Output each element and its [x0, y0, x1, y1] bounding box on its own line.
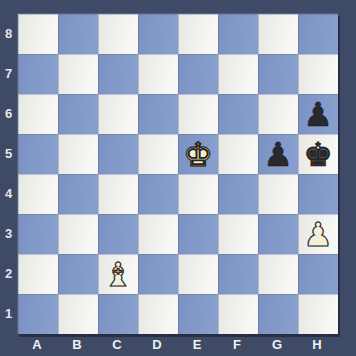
rank-label-5: 5: [0, 133, 17, 173]
file-label-b: B: [57, 335, 97, 354]
white-bishop-c2: ♝: [98, 254, 138, 294]
square-h4: [298, 174, 338, 214]
square-g6: [258, 94, 298, 134]
file-label-a: A: [17, 335, 57, 354]
square-f8: [218, 14, 258, 54]
square-h3: ♟: [298, 214, 338, 254]
square-a3: [18, 214, 58, 254]
rank-label-1: 1: [0, 293, 17, 333]
square-a7: [18, 54, 58, 94]
square-g4: [258, 174, 298, 214]
square-c5: [98, 134, 138, 174]
square-h1: [298, 294, 338, 334]
square-g1: [258, 294, 298, 334]
square-e6: [178, 94, 218, 134]
square-e1: [178, 294, 218, 334]
square-e5: ♚: [178, 134, 218, 174]
square-a4: [18, 174, 58, 214]
black-pawn-h6: ♟: [298, 94, 338, 134]
square-h2: [298, 254, 338, 294]
square-h6: ♟: [298, 94, 338, 134]
rank-label-7: 7: [0, 53, 17, 93]
square-d7: [138, 54, 178, 94]
square-d5: [138, 134, 178, 174]
square-c3: [98, 214, 138, 254]
square-d4: [138, 174, 178, 214]
square-f2: [218, 254, 258, 294]
square-g8: [258, 14, 298, 54]
file-label-c: C: [97, 335, 137, 354]
rank-labels: 87654321: [0, 13, 17, 333]
chess-diagram: 87654321 ♟♚♟♚♟♝ ABCDEFGH: [0, 0, 356, 356]
square-f5: [218, 134, 258, 174]
square-g3: [258, 214, 298, 254]
square-h5: ♚: [298, 134, 338, 174]
square-e8: [178, 14, 218, 54]
white-king-e5: ♚: [178, 134, 218, 174]
square-d2: [138, 254, 178, 294]
square-b2: [58, 254, 98, 294]
rank-label-6: 6: [0, 93, 17, 133]
square-c2: ♝: [98, 254, 138, 294]
square-f4: [218, 174, 258, 214]
square-e2: [178, 254, 218, 294]
square-e7: [178, 54, 218, 94]
square-c1: [98, 294, 138, 334]
file-label-g: G: [257, 335, 297, 354]
square-c4: [98, 174, 138, 214]
square-e3: [178, 214, 218, 254]
square-b4: [58, 174, 98, 214]
square-c7: [98, 54, 138, 94]
square-f1: [218, 294, 258, 334]
black-king-h5: ♚: [298, 134, 338, 174]
rank-label-4: 4: [0, 173, 17, 213]
square-a5: [18, 134, 58, 174]
file-labels: ABCDEFGH: [17, 335, 337, 354]
square-g7: [258, 54, 298, 94]
square-b1: [58, 294, 98, 334]
square-h7: [298, 54, 338, 94]
file-label-e: E: [177, 335, 217, 354]
square-c6: [98, 94, 138, 134]
black-pawn-g5: ♟: [258, 134, 298, 174]
square-c8: [98, 14, 138, 54]
square-f7: [218, 54, 258, 94]
square-f3: [218, 214, 258, 254]
square-g5: ♟: [258, 134, 298, 174]
chess-board: ♟♚♟♚♟♝: [17, 13, 338, 334]
square-a6: [18, 94, 58, 134]
square-h8: [298, 14, 338, 54]
rank-label-8: 8: [0, 13, 17, 53]
square-d3: [138, 214, 178, 254]
file-label-d: D: [137, 335, 177, 354]
square-a8: [18, 14, 58, 54]
square-b3: [58, 214, 98, 254]
square-a1: [18, 294, 58, 334]
square-b8: [58, 14, 98, 54]
square-g2: [258, 254, 298, 294]
square-b6: [58, 94, 98, 134]
file-label-f: F: [217, 335, 257, 354]
rank-label-2: 2: [0, 253, 17, 293]
file-label-h: H: [297, 335, 337, 354]
square-b7: [58, 54, 98, 94]
square-d1: [138, 294, 178, 334]
square-b5: [58, 134, 98, 174]
square-d8: [138, 14, 178, 54]
white-pawn-h3: ♟: [298, 214, 338, 254]
square-f6: [218, 94, 258, 134]
rank-label-3: 3: [0, 213, 17, 253]
square-d6: [138, 94, 178, 134]
square-e4: [178, 174, 218, 214]
square-a2: [18, 254, 58, 294]
